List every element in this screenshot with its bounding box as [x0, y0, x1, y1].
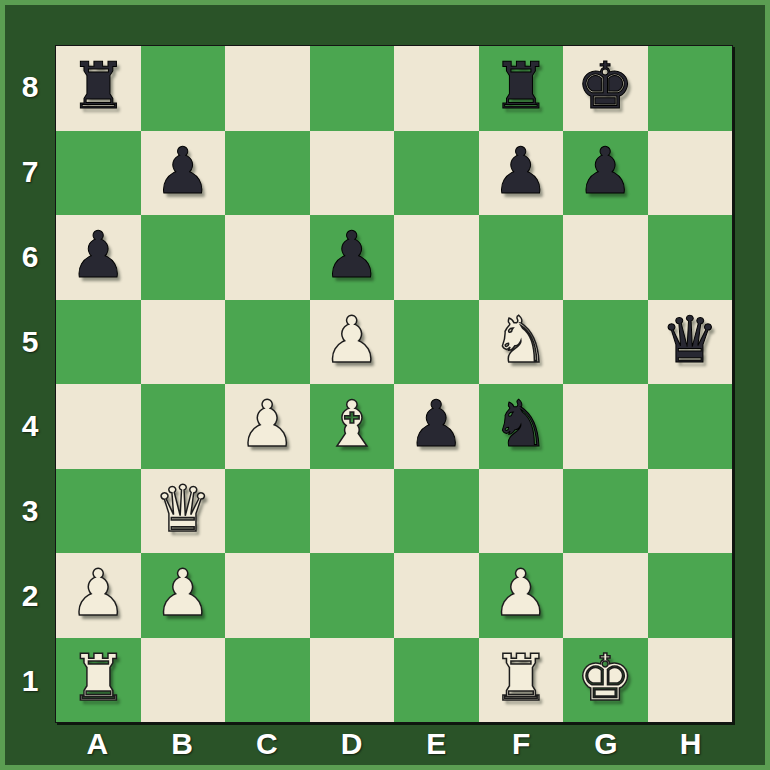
- square-f5[interactable]: ♞: [479, 300, 564, 385]
- square-f1[interactable]: ♜: [479, 638, 564, 723]
- piece-black-pawn[interactable]: ♟: [323, 223, 380, 287]
- square-g6[interactable]: [563, 215, 648, 300]
- square-g8[interactable]: ♚: [563, 46, 648, 131]
- square-c1[interactable]: [225, 638, 310, 723]
- square-f2[interactable]: ♟: [479, 553, 564, 638]
- square-c8[interactable]: [225, 46, 310, 131]
- square-f4[interactable]: ♞: [479, 384, 564, 469]
- square-a4[interactable]: [56, 384, 141, 469]
- rank-label-5: 5: [5, 299, 55, 384]
- square-g2[interactable]: [563, 553, 648, 638]
- rank-label-7: 7: [5, 130, 55, 215]
- square-e5[interactable]: [394, 300, 479, 385]
- square-e1[interactable]: [394, 638, 479, 723]
- square-h1[interactable]: [648, 638, 733, 723]
- square-f7[interactable]: ♟: [479, 131, 564, 216]
- file-label-h: H: [648, 723, 733, 765]
- square-c7[interactable]: [225, 131, 310, 216]
- square-c2[interactable]: [225, 553, 310, 638]
- square-a8[interactable]: ♜: [56, 46, 141, 131]
- rank-label-6: 6: [5, 215, 55, 300]
- square-d3[interactable]: [310, 469, 395, 554]
- square-h3[interactable]: [648, 469, 733, 554]
- piece-black-rook[interactable]: ♜: [70, 54, 127, 118]
- square-d5[interactable]: ♟: [310, 300, 395, 385]
- square-h7[interactable]: [648, 131, 733, 216]
- square-c6[interactable]: [225, 215, 310, 300]
- rank-label-8: 8: [5, 45, 55, 130]
- rank-label-3: 3: [5, 469, 55, 554]
- square-a2[interactable]: ♟: [56, 553, 141, 638]
- file-labels: ABCDEFGH: [55, 723, 733, 765]
- square-e4[interactable]: ♟: [394, 384, 479, 469]
- square-g4[interactable]: [563, 384, 648, 469]
- file-label-a: A: [55, 723, 140, 765]
- square-b7[interactable]: ♟: [141, 131, 226, 216]
- square-b1[interactable]: [141, 638, 226, 723]
- piece-black-pawn[interactable]: ♟: [154, 139, 211, 203]
- piece-black-pawn[interactable]: ♟: [408, 392, 465, 456]
- file-label-g: G: [564, 723, 649, 765]
- square-b3[interactable]: ♛: [141, 469, 226, 554]
- square-e3[interactable]: [394, 469, 479, 554]
- square-h6[interactable]: [648, 215, 733, 300]
- file-label-e: E: [394, 723, 479, 765]
- square-g3[interactable]: [563, 469, 648, 554]
- square-f6[interactable]: [479, 215, 564, 300]
- square-a6[interactable]: ♟: [56, 215, 141, 300]
- rank-label-2: 2: [5, 554, 55, 639]
- piece-white-bishop[interactable]: ♝: [323, 392, 380, 456]
- piece-black-knight[interactable]: ♞: [492, 392, 549, 456]
- piece-white-pawn[interactable]: ♟: [492, 561, 549, 625]
- piece-black-king[interactable]: ♚: [577, 54, 634, 118]
- rank-label-4: 4: [5, 384, 55, 469]
- square-d2[interactable]: [310, 553, 395, 638]
- file-label-d: D: [309, 723, 394, 765]
- piece-black-pawn[interactable]: ♟: [70, 223, 127, 287]
- square-g5[interactable]: [563, 300, 648, 385]
- square-f8[interactable]: ♜: [479, 46, 564, 131]
- piece-white-rook[interactable]: ♜: [70, 646, 127, 710]
- square-c5[interactable]: [225, 300, 310, 385]
- square-d7[interactable]: [310, 131, 395, 216]
- square-a7[interactable]: [56, 131, 141, 216]
- square-e2[interactable]: [394, 553, 479, 638]
- piece-black-pawn[interactable]: ♟: [492, 139, 549, 203]
- square-a3[interactable]: [56, 469, 141, 554]
- piece-white-rook[interactable]: ♜: [492, 646, 549, 710]
- file-label-c: C: [225, 723, 310, 765]
- piece-white-pawn[interactable]: ♟: [323, 308, 380, 372]
- rank-labels: 87654321: [5, 45, 55, 723]
- square-e7[interactable]: [394, 131, 479, 216]
- square-d8[interactable]: [310, 46, 395, 131]
- piece-white-pawn[interactable]: ♟: [154, 561, 211, 625]
- square-b4[interactable]: [141, 384, 226, 469]
- square-h5[interactable]: ♛: [648, 300, 733, 385]
- piece-white-king[interactable]: ♚: [577, 646, 634, 710]
- square-e6[interactable]: [394, 215, 479, 300]
- square-b5[interactable]: [141, 300, 226, 385]
- square-b2[interactable]: ♟: [141, 553, 226, 638]
- piece-black-queen[interactable]: ♛: [661, 308, 718, 372]
- chess-app-window: 87654321 ♜♜♚♟♟♟♟♟♟♞♛♟♝♟♞♛♟♟♟♜♜♚ ABCDEFGH: [0, 0, 770, 770]
- piece-white-pawn[interactable]: ♟: [70, 561, 127, 625]
- square-b6[interactable]: [141, 215, 226, 300]
- square-h4[interactable]: [648, 384, 733, 469]
- square-c3[interactable]: [225, 469, 310, 554]
- square-g1[interactable]: ♚: [563, 638, 648, 723]
- square-f3[interactable]: [479, 469, 564, 554]
- file-label-b: B: [140, 723, 225, 765]
- chess-board: ♜♜♚♟♟♟♟♟♟♞♛♟♝♟♞♛♟♟♟♜♜♚: [55, 45, 733, 723]
- piece-white-knight[interactable]: ♞: [492, 308, 549, 372]
- square-h2[interactable]: [648, 553, 733, 638]
- square-g7[interactable]: ♟: [563, 131, 648, 216]
- file-label-f: F: [479, 723, 564, 765]
- piece-black-pawn[interactable]: ♟: [577, 139, 634, 203]
- square-a5[interactable]: [56, 300, 141, 385]
- square-d1[interactable]: [310, 638, 395, 723]
- square-e8[interactable]: [394, 46, 479, 131]
- piece-white-queen[interactable]: ♛: [154, 477, 211, 541]
- square-h8[interactable]: [648, 46, 733, 131]
- piece-white-pawn[interactable]: ♟: [239, 392, 296, 456]
- square-d6[interactable]: ♟: [310, 215, 395, 300]
- rank-label-1: 1: [5, 638, 55, 723]
- square-b8[interactable]: [141, 46, 226, 131]
- square-d4[interactable]: ♝: [310, 384, 395, 469]
- square-c4[interactable]: ♟: [225, 384, 310, 469]
- square-a1[interactable]: ♜: [56, 638, 141, 723]
- piece-black-rook[interactable]: ♜: [492, 54, 549, 118]
